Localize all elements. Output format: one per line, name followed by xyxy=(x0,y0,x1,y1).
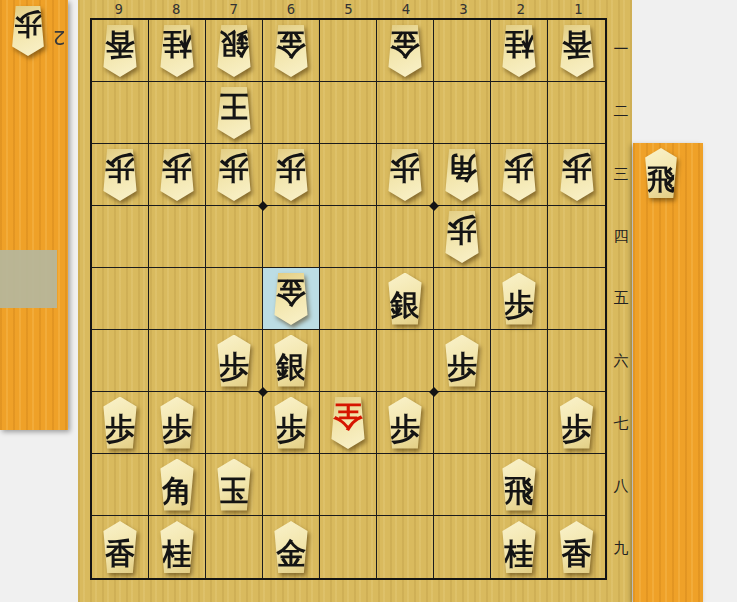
square-67[interactable]: 歩 xyxy=(263,392,320,454)
square-44[interactable] xyxy=(377,206,434,268)
piece-glyph: 歩 xyxy=(504,289,534,324)
piece-glyph: 香 xyxy=(105,25,135,60)
square-16[interactable] xyxy=(548,330,605,392)
square-46[interactable] xyxy=(377,330,434,392)
piece-glyph: 角 xyxy=(162,475,192,510)
rank-label: 二 xyxy=(610,80,632,142)
file-label: 6 xyxy=(262,0,319,17)
sente-piece-69[interactable]: 金 xyxy=(263,516,319,578)
square-82[interactable] xyxy=(149,82,206,144)
piece-glyph: 金 xyxy=(276,538,306,573)
piece-glyph: 歩 xyxy=(105,413,135,448)
gote-piece-61[interactable]: 金 xyxy=(263,20,319,81)
square-38[interactable] xyxy=(434,454,491,516)
square-37[interactable] xyxy=(434,392,491,454)
square-63[interactable]: 歩 xyxy=(263,144,320,206)
rank-label: 六 xyxy=(610,330,632,392)
gote-piece-83[interactable]: 歩 xyxy=(149,144,205,205)
square-73[interactable]: 歩 xyxy=(206,144,263,206)
sente-piece-97[interactable]: 歩 xyxy=(92,392,148,453)
piece-glyph: 銀 xyxy=(276,351,306,386)
gote-piece-73[interactable]: 歩 xyxy=(206,144,262,205)
square-91[interactable]: 香 xyxy=(92,20,149,82)
square-32[interactable] xyxy=(434,82,491,144)
square-58[interactable] xyxy=(320,454,377,516)
square-15[interactable] xyxy=(548,268,605,330)
square-94[interactable] xyxy=(92,206,149,268)
square-89[interactable]: 桂 xyxy=(149,516,206,578)
square-75[interactable] xyxy=(206,268,263,330)
shogi-app: 歩 2 987654321 香桂銀金金桂香王歩歩歩歩歩角歩歩歩金銀歩歩銀歩歩歩歩… xyxy=(0,0,737,602)
square-83[interactable]: 歩 xyxy=(149,144,206,206)
square-35[interactable] xyxy=(434,268,491,330)
piece-glyph: 歩 xyxy=(105,149,135,184)
square-76[interactable]: 歩 xyxy=(206,330,263,392)
square-71[interactable]: 銀 xyxy=(206,20,263,82)
square-47[interactable]: 歩 xyxy=(377,392,434,454)
piece-glyph: 王 xyxy=(219,87,249,122)
square-43[interactable]: 歩 xyxy=(377,144,434,206)
rank-label: 九 xyxy=(610,518,632,580)
square-13[interactable]: 歩 xyxy=(548,144,605,206)
square-65[interactable]: 金 xyxy=(263,268,320,330)
rank-label: 七 xyxy=(610,393,632,455)
piece-glyph: 金 xyxy=(390,25,420,60)
sente-piece-87[interactable]: 歩 xyxy=(149,392,205,453)
square-86[interactable] xyxy=(149,330,206,392)
gote-piece-33[interactable]: 角 xyxy=(434,144,490,205)
square-87[interactable]: 歩 xyxy=(149,392,206,454)
square-18[interactable] xyxy=(548,454,605,516)
square-61[interactable]: 金 xyxy=(263,20,320,82)
piece-glyph: 歩 xyxy=(219,351,249,386)
rank-label: 八 xyxy=(610,455,632,517)
gote-piece-43[interactable]: 歩 xyxy=(377,144,433,205)
gote-piece-63[interactable]: 歩 xyxy=(263,144,319,205)
square-97[interactable]: 歩 xyxy=(92,392,149,454)
file-labels: 987654321 xyxy=(90,0,607,17)
square-92[interactable] xyxy=(92,82,149,144)
hand-slot-highlight xyxy=(0,250,57,308)
sente-piece-29[interactable]: 桂 xyxy=(491,516,547,578)
square-53[interactable] xyxy=(320,144,377,206)
piece-glyph: 歩 xyxy=(219,149,249,184)
piece-glyph: 歩 xyxy=(447,211,477,246)
rank-label: 三 xyxy=(610,143,632,205)
square-79[interactable] xyxy=(206,516,263,578)
square-95[interactable] xyxy=(92,268,149,330)
square-11[interactable]: 香 xyxy=(548,20,605,82)
gote-piece-72[interactable]: 王 xyxy=(206,82,262,143)
square-59[interactable] xyxy=(320,516,377,578)
gote-piece-71[interactable]: 銀 xyxy=(206,20,262,81)
sente-piece-66[interactable]: 銀 xyxy=(263,330,319,391)
gote-piece-21[interactable]: 桂 xyxy=(491,20,547,81)
piece-glyph: 歩 xyxy=(504,149,534,184)
piece-glyph: 歩 xyxy=(162,413,192,448)
piece-glyph: 歩 xyxy=(562,413,592,448)
rank-label: 五 xyxy=(610,268,632,330)
square-25[interactable]: 歩 xyxy=(491,268,548,330)
square-17[interactable]: 歩 xyxy=(548,392,605,454)
piece-glyph: 香 xyxy=(562,538,592,573)
gote-piece-57[interactable]: 全 xyxy=(320,392,376,453)
square-33[interactable]: 角 xyxy=(434,144,491,206)
sente-piece-89[interactable]: 桂 xyxy=(149,516,205,578)
square-49[interactable] xyxy=(377,516,434,578)
shogi-board: 987654321 香桂銀金金桂香王歩歩歩歩歩角歩歩歩金銀歩歩銀歩歩歩歩全歩歩角… xyxy=(78,0,632,602)
square-27[interactable] xyxy=(491,392,548,454)
square-74[interactable] xyxy=(206,206,263,268)
sente-piece-19[interactable]: 香 xyxy=(548,516,605,578)
square-68[interactable] xyxy=(263,454,320,516)
square-23[interactable]: 歩 xyxy=(491,144,548,206)
square-62[interactable] xyxy=(263,82,320,144)
gote-piece-91[interactable]: 香 xyxy=(92,20,148,81)
gote-hand-pawn-count: 2 xyxy=(49,26,69,50)
square-34[interactable]: 歩 xyxy=(434,206,491,268)
sente-piece-47[interactable]: 歩 xyxy=(377,392,433,453)
square-24[interactable] xyxy=(491,206,548,268)
square-21[interactable]: 桂 xyxy=(491,20,548,82)
file-label: 1 xyxy=(550,0,607,17)
square-42[interactable] xyxy=(377,82,434,144)
piece-glyph: 桂 xyxy=(162,25,192,60)
square-26[interactable] xyxy=(491,330,548,392)
square-48[interactable] xyxy=(377,454,434,516)
square-45[interactable]: 銀 xyxy=(377,268,434,330)
file-label: 7 xyxy=(205,0,262,17)
piece-glyph: 香 xyxy=(105,538,135,573)
square-93[interactable]: 歩 xyxy=(92,144,149,206)
square-85[interactable] xyxy=(149,268,206,330)
square-55[interactable] xyxy=(320,268,377,330)
gote-piece-23[interactable]: 歩 xyxy=(491,144,547,205)
square-81[interactable]: 桂 xyxy=(149,20,206,82)
square-52[interactable] xyxy=(320,82,377,144)
square-12[interactable] xyxy=(548,82,605,144)
square-96[interactable] xyxy=(92,330,149,392)
file-label: 9 xyxy=(90,0,147,17)
piece-glyph: 歩 xyxy=(276,149,306,184)
piece-glyph: 銀 xyxy=(219,25,249,60)
square-36[interactable]: 歩 xyxy=(434,330,491,392)
rank-labels: 一二三四五六七八九 xyxy=(610,18,632,580)
sente-hand-rook[interactable]: 飛 xyxy=(639,148,683,198)
square-77[interactable] xyxy=(206,392,263,454)
square-39[interactable] xyxy=(434,516,491,578)
square-56[interactable] xyxy=(320,330,377,392)
file-label: 2 xyxy=(492,0,549,17)
piece-glyph: 角 xyxy=(447,149,477,184)
square-98[interactable] xyxy=(92,454,149,516)
sente-hand-rook-glyph: 飛 xyxy=(647,165,675,198)
square-84[interactable] xyxy=(149,206,206,268)
square-14[interactable] xyxy=(548,206,605,268)
square-72[interactable]: 王 xyxy=(206,82,263,144)
square-54[interactable] xyxy=(320,206,377,268)
piece-glyph: 銀 xyxy=(390,289,420,324)
square-31[interactable] xyxy=(434,20,491,82)
square-78[interactable]: 玉 xyxy=(206,454,263,516)
rank-label: 四 xyxy=(610,205,632,267)
piece-glyph: 香 xyxy=(562,25,592,60)
square-69[interactable]: 金 xyxy=(263,516,320,578)
file-label: 8 xyxy=(147,0,204,17)
sente-piece-17[interactable]: 歩 xyxy=(548,392,605,453)
sente-piece-28[interactable]: 飛 xyxy=(491,454,547,515)
gote-hand-pawn-glyph: 歩 xyxy=(14,6,42,39)
square-19[interactable]: 香 xyxy=(548,516,605,578)
piece-glyph: 歩 xyxy=(276,413,306,448)
rank-label: 一 xyxy=(610,18,632,80)
piece-glyph: 歩 xyxy=(162,149,192,184)
gote-piece-81[interactable]: 桂 xyxy=(149,20,205,81)
square-64[interactable] xyxy=(263,206,320,268)
file-label: 5 xyxy=(320,0,377,17)
piece-glyph: 桂 xyxy=(162,538,192,573)
piece-glyph: 桂 xyxy=(504,538,534,573)
piece-glyph: 歩 xyxy=(390,149,420,184)
gote-piece-41[interactable]: 金 xyxy=(377,20,433,81)
piece-glyph: 金 xyxy=(276,273,306,308)
square-88[interactable]: 角 xyxy=(149,454,206,516)
gote-piece-13[interactable]: 歩 xyxy=(548,144,605,205)
square-28[interactable]: 飛 xyxy=(491,454,548,516)
sente-piece-78[interactable]: 玉 xyxy=(206,454,262,515)
gote-piece-65[interactable]: 金 xyxy=(263,268,319,329)
sente-piece-76[interactable]: 歩 xyxy=(206,330,262,391)
file-label: 3 xyxy=(435,0,492,17)
square-29[interactable]: 桂 xyxy=(491,516,548,578)
gote-piece-93[interactable]: 歩 xyxy=(92,144,148,205)
piece-glyph: 歩 xyxy=(447,351,477,386)
piece-glyph: 全 xyxy=(333,397,363,432)
square-99[interactable]: 香 xyxy=(92,516,149,578)
sente-piece-36[interactable]: 歩 xyxy=(434,330,490,391)
piece-glyph: 飛 xyxy=(504,475,534,510)
piece-glyph: 桂 xyxy=(504,25,534,60)
sente-piece-88[interactable]: 角 xyxy=(149,454,205,515)
square-41[interactable]: 金 xyxy=(377,20,434,82)
piece-glyph: 玉 xyxy=(219,475,249,510)
piece-glyph: 歩 xyxy=(562,149,592,184)
gote-hand-pawn[interactable]: 歩 xyxy=(6,6,50,56)
sente-piece-25[interactable]: 歩 xyxy=(491,268,547,329)
piece-glyph: 歩 xyxy=(390,413,420,448)
square-51[interactable] xyxy=(320,20,377,82)
piece-glyph: 金 xyxy=(276,25,306,60)
square-66[interactable]: 銀 xyxy=(263,330,320,392)
gote-piece-11[interactable]: 香 xyxy=(548,20,605,81)
gote-piece-34[interactable]: 歩 xyxy=(434,206,490,267)
file-label: 4 xyxy=(377,0,434,17)
square-22[interactable] xyxy=(491,82,548,144)
square-57[interactable]: 全 xyxy=(320,392,377,454)
sente-piece-67[interactable]: 歩 xyxy=(263,392,319,453)
sente-hand-tray: 飛 xyxy=(633,143,703,602)
gote-hand-tray: 歩 2 xyxy=(0,0,68,430)
sente-piece-45[interactable]: 銀 xyxy=(377,268,433,329)
board-grid: 香桂銀金金桂香王歩歩歩歩歩角歩歩歩金銀歩歩銀歩歩歩歩全歩歩角玉飛香桂金桂香 xyxy=(90,18,607,580)
sente-piece-99[interactable]: 香 xyxy=(92,516,148,578)
